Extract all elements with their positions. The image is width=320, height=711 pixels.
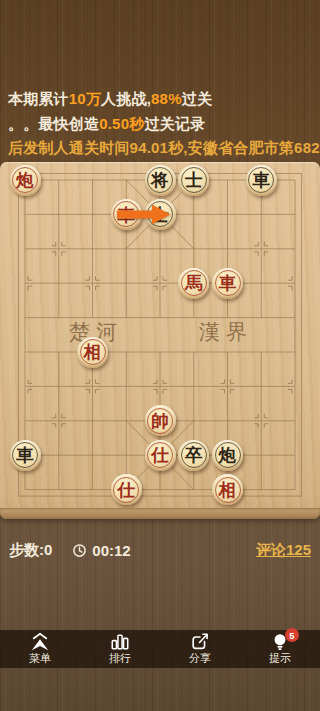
stat-text: 过关记录 [144,115,205,132]
piece-character: 将 [151,172,169,190]
stat-text: 人挑战, [101,90,151,107]
board-edge [0,508,320,519]
hint-badge: 5 [285,628,299,642]
piece-red-chariot[interactable]: 車 [212,268,243,299]
nav-item-hint[interactable]: 5 提示 [240,630,320,668]
piece-character: 卒 [185,447,203,465]
menu-icon [28,632,52,652]
piece-character: 車 [16,447,34,465]
timer: 00:12 [92,542,130,559]
nav-label-ranking: 排行 [109,652,131,665]
nav-item-share[interactable]: 分享 [160,630,240,668]
piece-character: 相 [219,481,237,499]
piece-character: 炮 [219,447,237,465]
share-icon [188,632,212,652]
pieces-layer: 炮将士車車士馬車相帥車仕卒炮仕相 [0,162,320,519]
piece-character: 仕 [118,481,136,499]
stat-text: 。。最快创造 [8,115,99,132]
stats-line-challenge: 本期累计10万人挑战,88%过关 [8,90,212,109]
piece-black-chariot[interactable]: 車 [10,440,41,471]
piece-character: 士 [185,172,203,190]
steps-counter: 步数:0 [9,541,52,560]
piece-red-general[interactable]: 帥 [145,405,176,436]
game-screen: 本期累计10万人挑战,88%过关 。。最快创造0.50秒过关记录 后发制人通关时… [0,0,320,711]
piece-character: 車 [253,172,271,190]
stats-line-region: 后发制人通关时间94.01秒,安徽省合肥市第682 [8,139,320,158]
piece-red-cannon[interactable]: 炮 [10,165,41,196]
stat-highlight: 88% [151,90,182,107]
piece-red-horse[interactable]: 馬 [178,268,209,299]
stat-text: 本期累计 [8,90,69,107]
piece-red-advisor[interactable]: 仕 [145,440,176,471]
piece-black-cannon[interactable]: 炮 [212,440,243,471]
piece-character: 車 [219,275,237,293]
piece-red-elephant[interactable]: 相 [77,337,108,368]
stats-line-record: 。。最快创造0.50秒过关记录 [8,115,205,134]
piece-character: 相 [84,344,102,362]
nav-bar: 菜单 排行 分享 5 提示 [0,630,320,668]
nav-label-hint: 提示 [269,652,291,665]
piece-red-chariot[interactable]: 車 [111,199,142,230]
xiangqi-board[interactable]: 楚河 漢界 炮将士車車士馬車相帥車仕卒炮仕相 [0,162,320,519]
comments-link[interactable]: 评论125 [256,541,311,560]
clock-icon [72,543,87,558]
piece-black-advisor[interactable]: 士 [145,199,176,230]
piece-character: 帥 [151,413,169,431]
piece-character: 炮 [16,172,34,190]
piece-red-elephant[interactable]: 相 [212,474,243,505]
piece-character: 馬 [185,275,203,293]
piece-black-advisor[interactable]: 士 [178,165,209,196]
piece-black-chariot[interactable]: 車 [246,165,277,196]
nav-label-menu: 菜单 [29,652,51,665]
nav-item-menu[interactable]: 菜单 [0,630,80,668]
piece-red-advisor[interactable]: 仕 [111,474,142,505]
nav-label-share: 分享 [189,652,211,665]
stat-highlight: 0.50秒 [99,115,144,132]
piece-black-general[interactable]: 将 [145,165,176,196]
piece-character: 車 [118,206,136,224]
status-bar: 步数:0 00:12 评论125 [0,540,320,560]
stat-text: 过关 [182,90,212,107]
nav-item-ranking[interactable]: 排行 [80,630,160,668]
piece-black-soldier[interactable]: 卒 [178,440,209,471]
piece-character: 士 [151,206,169,224]
stat-highlight: 10万 [69,90,101,107]
bar-chart-icon [108,632,132,652]
piece-character: 仕 [151,447,169,465]
